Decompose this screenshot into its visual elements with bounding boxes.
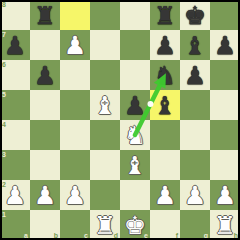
square-b6[interactable]: ♟ <box>30 60 60 90</box>
square-e1[interactable]: e♚ <box>120 210 150 240</box>
white-knight[interactable]: ♞ <box>120 120 150 150</box>
white-pawn[interactable]: ♟ <box>210 180 240 210</box>
square-e4[interactable]: ♞ <box>120 120 150 150</box>
rank-label-5: 5 <box>2 91 6 98</box>
square-d6[interactable] <box>90 60 120 90</box>
black-knight[interactable]: ♞ <box>150 60 180 90</box>
square-a8[interactable]: 8 <box>0 0 30 30</box>
white-pawn[interactable]: ♟ <box>150 180 180 210</box>
square-g6[interactable]: ♟ <box>180 60 210 90</box>
black-pawn[interactable]: ♟ <box>120 90 150 120</box>
white-bishop[interactable]: ♝ <box>120 150 150 180</box>
square-f2[interactable]: ♟ <box>150 180 180 210</box>
square-e7[interactable] <box>120 30 150 60</box>
square-b1[interactable]: b <box>30 210 60 240</box>
rank-label-1: 1 <box>2 211 6 218</box>
square-e2[interactable] <box>120 180 150 210</box>
black-bishop[interactable]: ♝ <box>180 30 210 60</box>
file-label-f: f <box>176 232 178 239</box>
square-a2[interactable]: 2♟ <box>0 180 30 210</box>
square-h3[interactable] <box>210 150 240 180</box>
square-f8[interactable]: ♜ <box>150 0 180 30</box>
square-h2[interactable]: ♟ <box>210 180 240 210</box>
white-rook[interactable]: ♜ <box>210 210 240 240</box>
square-a4[interactable]: 4 <box>0 120 30 150</box>
square-d3[interactable] <box>90 150 120 180</box>
square-g2[interactable]: ♟ <box>180 180 210 210</box>
chess-board-container: 8♜♜♚7♟♟♟♝♟6♟♞♟5♝♟♝4♞3♝2♟♟♟♟♟♟1abcd♜e♚fgh… <box>0 0 240 240</box>
square-c5[interactable] <box>60 90 90 120</box>
square-e5[interactable]: ♟ <box>120 90 150 120</box>
rank-label-3: 3 <box>2 151 6 158</box>
square-c4[interactable] <box>60 120 90 150</box>
square-g1[interactable]: g <box>180 210 210 240</box>
square-a3[interactable]: 3 <box>0 150 30 180</box>
square-d4[interactable] <box>90 120 120 150</box>
square-b4[interactable] <box>30 120 60 150</box>
square-b3[interactable] <box>30 150 60 180</box>
square-f4[interactable] <box>150 120 180 150</box>
file-label-a: a <box>24 232 28 239</box>
square-c6[interactable] <box>60 60 90 90</box>
square-c1[interactable]: c <box>60 210 90 240</box>
white-pawn[interactable]: ♟ <box>60 180 90 210</box>
white-bishop[interactable]: ♝ <box>90 90 120 120</box>
rank-label-4: 4 <box>2 121 6 128</box>
square-h8[interactable] <box>210 0 240 30</box>
square-g7[interactable]: ♝ <box>180 30 210 60</box>
black-pawn[interactable]: ♟ <box>30 60 60 90</box>
black-pawn[interactable]: ♟ <box>210 30 240 60</box>
square-b2[interactable]: ♟ <box>30 180 60 210</box>
square-f5[interactable]: ♝ <box>150 90 180 120</box>
square-h5[interactable] <box>210 90 240 120</box>
square-h6[interactable] <box>210 60 240 90</box>
black-pawn[interactable]: ♟ <box>180 60 210 90</box>
square-f6[interactable]: ♞ <box>150 60 180 90</box>
chess-board: 8♜♜♚7♟♟♟♝♟6♟♞♟5♝♟♝4♞3♝2♟♟♟♟♟♟1abcd♜e♚fgh… <box>0 0 240 240</box>
square-h1[interactable]: h♜ <box>210 210 240 240</box>
square-e6[interactable] <box>120 60 150 90</box>
square-a7[interactable]: 7♟ <box>0 30 30 60</box>
black-pawn[interactable]: ♟ <box>0 30 30 60</box>
square-a6[interactable]: 6 <box>0 60 30 90</box>
square-g5[interactable] <box>180 90 210 120</box>
square-g3[interactable] <box>180 150 210 180</box>
square-b7[interactable] <box>30 30 60 60</box>
white-pawn[interactable]: ♟ <box>30 180 60 210</box>
square-c8[interactable] <box>60 0 90 30</box>
white-king[interactable]: ♚ <box>120 210 150 240</box>
white-pawn[interactable]: ♟ <box>180 180 210 210</box>
square-f7[interactable]: ♟ <box>150 30 180 60</box>
square-d5[interactable]: ♝ <box>90 90 120 120</box>
black-rook[interactable]: ♜ <box>150 0 180 30</box>
square-b8[interactable]: ♜ <box>30 0 60 30</box>
square-d2[interactable] <box>90 180 120 210</box>
file-label-g: g <box>204 232 208 239</box>
square-d1[interactable]: d♜ <box>90 210 120 240</box>
square-c3[interactable] <box>60 150 90 180</box>
file-label-c: c <box>84 232 88 239</box>
square-d8[interactable] <box>90 0 120 30</box>
square-h4[interactable] <box>210 120 240 150</box>
file-label-b: b <box>54 232 58 239</box>
rank-label-6: 6 <box>2 61 6 68</box>
square-h7[interactable]: ♟ <box>210 30 240 60</box>
square-c2[interactable]: ♟ <box>60 180 90 210</box>
white-rook[interactable]: ♜ <box>90 210 120 240</box>
square-a1[interactable]: 1a <box>0 210 30 240</box>
black-rook[interactable]: ♜ <box>30 0 60 30</box>
square-d7[interactable] <box>90 30 120 60</box>
square-f1[interactable]: f <box>150 210 180 240</box>
square-g4[interactable] <box>180 120 210 150</box>
square-e8[interactable] <box>120 0 150 30</box>
square-e3[interactable]: ♝ <box>120 150 150 180</box>
square-f3[interactable] <box>150 150 180 180</box>
square-c7[interactable]: ♟ <box>60 30 90 60</box>
square-b5[interactable] <box>30 90 60 120</box>
black-pawn[interactable]: ♟ <box>150 30 180 60</box>
white-pawn[interactable]: ♟ <box>0 180 30 210</box>
black-king[interactable]: ♚ <box>180 0 210 30</box>
square-a5[interactable]: 5 <box>0 90 30 120</box>
black-bishop[interactable]: ♝ <box>150 90 180 120</box>
square-g8[interactable]: ♚ <box>180 0 210 30</box>
rank-label-8: 8 <box>2 1 6 8</box>
white-pawn[interactable]: ♟ <box>60 30 90 60</box>
